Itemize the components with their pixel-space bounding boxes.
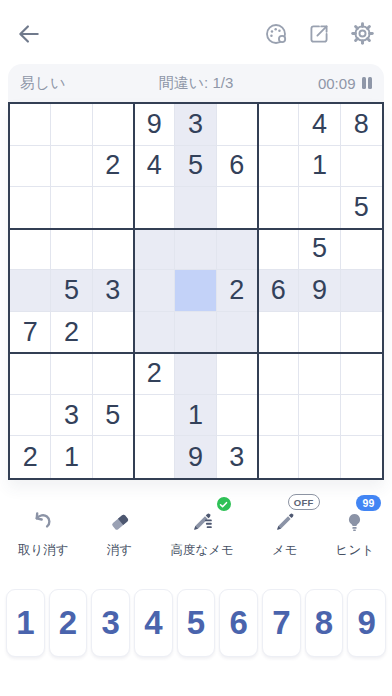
- numpad-key-1[interactable]: 1: [6, 589, 45, 657]
- cell-r3c4[interactable]: [134, 187, 175, 229]
- cell-r4c6[interactable]: [217, 229, 258, 271]
- difficulty-label[interactable]: 易しい: [20, 74, 137, 93]
- cell-r8c1[interactable]: [10, 395, 51, 437]
- cell-r6c2[interactable]: 2: [51, 312, 92, 354]
- hint-count-badge: 99: [356, 495, 382, 511]
- cell-r2c3[interactable]: 2: [93, 146, 134, 188]
- cell-r7c6[interactable]: [217, 353, 258, 395]
- notes-button[interactable]: OFF メモ: [272, 508, 298, 559]
- cell-r9c4[interactable]: [134, 436, 175, 478]
- cell-r3c1[interactable]: [10, 187, 51, 229]
- share-button[interactable]: [306, 21, 332, 50]
- numpad-key-3[interactable]: 3: [91, 589, 130, 657]
- cell-r1c7[interactable]: [258, 104, 299, 146]
- back-arrow-icon: [16, 21, 42, 50]
- numpad-key-8[interactable]: 8: [305, 589, 344, 657]
- cell-r2c5[interactable]: 5: [175, 146, 216, 188]
- cell-r6c1[interactable]: 7: [10, 312, 51, 354]
- advanced-notes-label: 高度なメモ: [170, 542, 233, 559]
- cell-r8c6[interactable]: [217, 395, 258, 437]
- cell-r1c4[interactable]: 9: [134, 104, 175, 146]
- cell-r6c5[interactable]: [175, 312, 216, 354]
- cell-r1c8[interactable]: 4: [299, 104, 340, 146]
- cell-r4c2[interactable]: [51, 229, 92, 271]
- notes-off-badge: OFF: [288, 494, 320, 510]
- cell-r9c5[interactable]: 9: [175, 436, 216, 478]
- status-bar: 易しい 間違い: 1/3 00:09: [8, 64, 384, 102]
- box-divider-vertical-1: [133, 104, 135, 478]
- undo-icon: [30, 508, 57, 535]
- numpad-key-5[interactable]: 5: [177, 589, 216, 657]
- cell-r2c9[interactable]: [341, 146, 382, 188]
- cell-r9c7[interactable]: [258, 436, 299, 478]
- eraser-icon: [107, 508, 133, 535]
- cell-r3c3[interactable]: [93, 187, 134, 229]
- cell-r6c9[interactable]: [341, 312, 382, 354]
- cell-r5c2[interactable]: 5: [51, 270, 92, 312]
- cell-r9c6[interactable]: 3: [217, 436, 258, 478]
- cell-r1c1[interactable]: [10, 104, 51, 146]
- cell-r8c7[interactable]: [258, 395, 299, 437]
- erase-button[interactable]: 消す: [107, 508, 133, 559]
- cell-r9c9[interactable]: [341, 436, 382, 478]
- cell-r1c6[interactable]: [217, 104, 258, 146]
- hint-bulb-icon: 99: [342, 508, 367, 535]
- cell-r8c2[interactable]: 3: [51, 395, 92, 437]
- cell-r5c5[interactable]: [175, 270, 216, 312]
- cell-r1c3[interactable]: [93, 104, 134, 146]
- cell-r8c9[interactable]: [341, 395, 382, 437]
- number-pad: 123456789: [6, 589, 386, 657]
- cell-r7c8[interactable]: [299, 353, 340, 395]
- advanced-notes-icon: [189, 508, 216, 535]
- cell-r4c4[interactable]: [134, 229, 175, 271]
- cell-r3c7[interactable]: [258, 187, 299, 229]
- cell-r5c4[interactable]: [134, 270, 175, 312]
- cell-r7c2[interactable]: [51, 353, 92, 395]
- box-divider-vertical-2: [257, 104, 259, 478]
- cell-r4c7[interactable]: [258, 229, 299, 271]
- cell-r2c1[interactable]: [10, 146, 51, 188]
- notes-pencil-icon: OFF: [272, 508, 298, 535]
- cell-r1c5[interactable]: 3: [175, 104, 216, 146]
- box-divider-horizontal-2: [10, 352, 382, 354]
- hint-label: ヒント: [336, 542, 374, 559]
- numpad-key-7[interactable]: 7: [262, 589, 301, 657]
- cell-r6c4[interactable]: [134, 312, 175, 354]
- cell-r7c3[interactable]: [93, 353, 134, 395]
- cell-r7c5[interactable]: [175, 353, 216, 395]
- cell-r7c1[interactable]: [10, 353, 51, 395]
- cell-r8c5[interactable]: 1: [175, 395, 216, 437]
- numpad-key-9[interactable]: 9: [347, 589, 386, 657]
- cell-r9c1[interactable]: 2: [10, 436, 51, 478]
- cell-r9c8[interactable]: [299, 436, 340, 478]
- cell-r7c4[interactable]: 2: [134, 353, 175, 395]
- cell-r1c2[interactable]: [51, 104, 92, 146]
- cell-r5c9[interactable]: [341, 270, 382, 312]
- cell-r4c8[interactable]: 5: [299, 229, 340, 271]
- numpad-key-2[interactable]: 2: [49, 589, 88, 657]
- cell-r3c5[interactable]: [175, 187, 216, 229]
- cell-r6c7[interactable]: [258, 312, 299, 354]
- gear-icon: [349, 20, 376, 50]
- cell-r3c2[interactable]: [51, 187, 92, 229]
- cell-r6c8[interactable]: [299, 312, 340, 354]
- cell-r2c4[interactable]: 4: [134, 146, 175, 188]
- cell-r5c8[interactable]: 9: [299, 270, 340, 312]
- hint-button[interactable]: 99 ヒント: [336, 508, 374, 559]
- cell-r6c6[interactable]: [217, 312, 258, 354]
- cell-r4c5[interactable]: [175, 229, 216, 271]
- cell-r4c1[interactable]: [10, 229, 51, 271]
- share-export-icon: [306, 21, 332, 50]
- pause-button[interactable]: [362, 77, 372, 89]
- undo-label: 取り消す: [18, 542, 69, 559]
- cell-r2c8[interactable]: 1: [299, 146, 340, 188]
- cell-r5c3[interactable]: 3: [93, 270, 134, 312]
- cell-r5c7[interactable]: 6: [258, 270, 299, 312]
- cell-r6c3[interactable]: [93, 312, 134, 354]
- top-bar: [0, 0, 392, 60]
- cell-r9c2[interactable]: 1: [51, 436, 92, 478]
- sudoku-board[interactable]: 93482456155532697223512193: [8, 102, 384, 480]
- box-divider-horizontal-1: [10, 228, 382, 230]
- cell-r4c3[interactable]: [93, 229, 134, 271]
- cell-r2c2[interactable]: [51, 146, 92, 188]
- cell-r1c9[interactable]: 8: [341, 104, 382, 146]
- cell-r7c7[interactable]: [258, 353, 299, 395]
- cell-r5c1[interactable]: [10, 270, 51, 312]
- numpad-key-6[interactable]: 6: [219, 589, 258, 657]
- cell-r8c3[interactable]: 5: [93, 395, 134, 437]
- cell-r9c3[interactable]: [93, 436, 134, 478]
- cell-r3c9[interactable]: 5: [341, 187, 382, 229]
- settings-button[interactable]: [349, 20, 376, 50]
- cell-r5c6[interactable]: 2: [217, 270, 258, 312]
- tool-bar: 取り消す 消す: [0, 508, 392, 559]
- erase-label: 消す: [107, 542, 132, 559]
- back-button[interactable]: [16, 21, 42, 50]
- cell-r8c8[interactable]: [299, 395, 340, 437]
- mistakes-counter: 間違い: 1/3: [137, 74, 254, 93]
- timer-value: 00:09: [318, 75, 356, 92]
- cell-r7c9[interactable]: [341, 353, 382, 395]
- cell-r4c9[interactable]: [341, 229, 382, 271]
- palette-icon: [263, 21, 289, 50]
- cell-r2c6[interactable]: 6: [217, 146, 258, 188]
- cell-r8c4[interactable]: [134, 395, 175, 437]
- numpad-key-4[interactable]: 4: [134, 589, 173, 657]
- advanced-notes-on-badge: [215, 495, 233, 513]
- undo-button[interactable]: 取り消す: [18, 508, 69, 559]
- advanced-notes-button[interactable]: 高度なメモ: [170, 508, 233, 559]
- theme-palette-button[interactable]: [263, 21, 289, 50]
- notes-label: メモ: [272, 542, 298, 559]
- cell-r3c8[interactable]: [299, 187, 340, 229]
- cell-r3c6[interactable]: [217, 187, 258, 229]
- cell-r2c7[interactable]: [258, 146, 299, 188]
